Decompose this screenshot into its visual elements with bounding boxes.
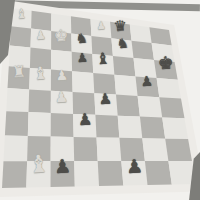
piece-black-knight[interactable]: ♞ bbox=[74, 32, 89, 47]
piece-white-bishop[interactable]: ♝ bbox=[14, 7, 28, 21]
piece-black-pawn[interactable]: ♟ bbox=[140, 75, 155, 90]
piece-black-pawn[interactable]: ♟ bbox=[124, 156, 144, 176]
chessboard-photo: ♝♟♛♟♚♞♞♟♝♚♜♝♟♟♟♟♟♝♟♟ bbox=[0, 0, 200, 200]
piece-white-bishop[interactable]: ♝ bbox=[26, 152, 51, 177]
piece-white-rook[interactable]: ♜ bbox=[10, 64, 27, 81]
piece-black-pawn[interactable]: ♟ bbox=[76, 52, 89, 65]
piece-white-pawn[interactable]: ♟ bbox=[95, 20, 106, 31]
piece-white-king[interactable]: ♚ bbox=[53, 27, 70, 44]
piece-white-pawn[interactable]: ♟ bbox=[54, 69, 69, 84]
piece-black-pawn[interactable]: ♟ bbox=[98, 91, 114, 107]
piece-black-pawn[interactable]: ♟ bbox=[52, 157, 72, 177]
piece-black-knight[interactable]: ♞ bbox=[115, 36, 130, 51]
piece-black-bishop[interactable]: ♝ bbox=[95, 50, 112, 67]
piece-black-queen[interactable]: ♛ bbox=[113, 18, 129, 34]
piece-white-bishop[interactable]: ♝ bbox=[31, 64, 49, 82]
piece-black-king[interactable]: ♚ bbox=[156, 54, 175, 73]
piece-white-pawn[interactable]: ♟ bbox=[54, 89, 70, 105]
piece-white-pawn[interactable]: ♟ bbox=[35, 29, 47, 41]
piece-black-pawn[interactable]: ♟ bbox=[76, 111, 93, 128]
